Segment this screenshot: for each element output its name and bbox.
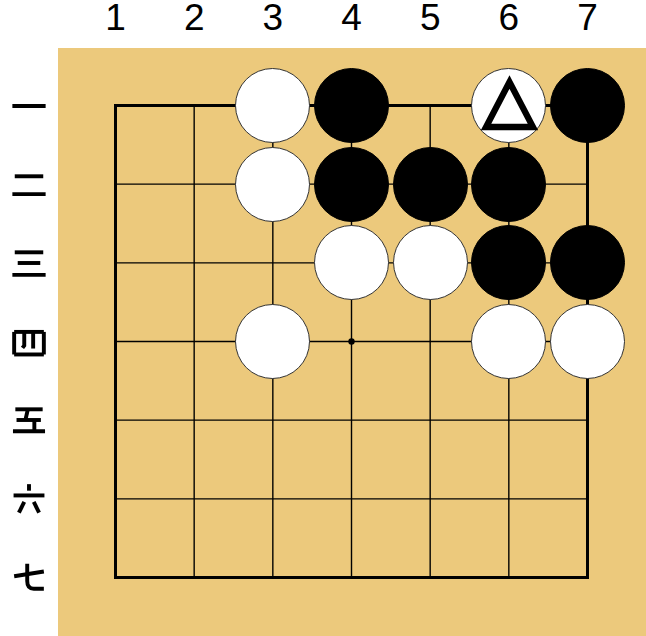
intersection-5-3[interactable]	[391, 223, 470, 302]
intersection-4-4[interactable]	[312, 302, 391, 381]
intersection-7-5[interactable]	[548, 381, 627, 460]
intersection-2-4[interactable]	[155, 302, 234, 381]
white-stone[interactable]	[471, 304, 546, 379]
intersection-1-5[interactable]	[76, 381, 155, 460]
column-label: 4	[329, 0, 375, 41]
goban	[58, 48, 646, 636]
row-label	[0, 401, 58, 439]
intersection-1-6[interactable]	[76, 459, 155, 538]
intersection-3-3[interactable]	[233, 223, 312, 302]
row-label	[0, 244, 58, 282]
intersection-7-4[interactable]	[548, 302, 627, 381]
black-stone[interactable]	[550, 68, 625, 143]
intersection-7-2[interactable]	[548, 145, 627, 224]
intersection-4-7[interactable]	[312, 538, 391, 617]
intersection-5-7[interactable]	[391, 538, 470, 617]
column-label: 3	[250, 0, 296, 41]
white-stone[interactable]	[393, 225, 468, 300]
intersection-3-6[interactable]	[233, 459, 312, 538]
intersection-3-7[interactable]	[233, 538, 312, 617]
row-label	[0, 323, 58, 361]
intersection-6-2[interactable]	[469, 145, 548, 224]
intersection-6-3[interactable]	[469, 223, 548, 302]
intersection-6-6[interactable]	[469, 459, 548, 538]
column-label: 2	[171, 0, 217, 41]
intersection-2-3[interactable]	[155, 223, 234, 302]
intersection-1-1[interactable]	[76, 66, 155, 145]
intersection-2-2[interactable]	[155, 145, 234, 224]
intersection-2-7[interactable]	[155, 538, 234, 617]
black-stone[interactable]	[550, 225, 625, 300]
intersection-4-2[interactable]	[312, 145, 391, 224]
intersection-6-1[interactable]	[469, 66, 548, 145]
white-stone[interactable]	[550, 304, 625, 379]
intersection-5-1[interactable]	[391, 66, 470, 145]
row-label	[0, 165, 58, 203]
intersection-5-2[interactable]	[391, 145, 470, 224]
white-stone[interactable]	[471, 68, 546, 143]
intersection-7-6[interactable]	[548, 459, 627, 538]
intersection-3-5[interactable]	[233, 381, 312, 460]
intersection-4-3[interactable]	[312, 223, 391, 302]
go-diagram: 1234567	[0, 0, 646, 636]
row-label	[0, 559, 58, 597]
intersection-4-6[interactable]	[312, 459, 391, 538]
intersection-7-7[interactable]	[548, 538, 627, 617]
intersection-1-4[interactable]	[76, 302, 155, 381]
intersection-2-6[interactable]	[155, 459, 234, 538]
intersection-4-1[interactable]	[312, 66, 391, 145]
column-label: 6	[486, 0, 532, 41]
intersection-4-5[interactable]	[312, 381, 391, 460]
row-label	[0, 480, 58, 518]
triangle-mark-icon	[472, 69, 547, 144]
black-stone[interactable]	[471, 147, 546, 222]
intersection-7-3[interactable]	[548, 223, 627, 302]
intersection-5-5[interactable]	[391, 381, 470, 460]
black-stone[interactable]	[314, 147, 389, 222]
intersection-6-5[interactable]	[469, 381, 548, 460]
column-label: 7	[565, 0, 611, 41]
white-stone[interactable]	[235, 68, 310, 143]
intersection-7-1[interactable]	[548, 66, 627, 145]
intersection-1-2[interactable]	[76, 145, 155, 224]
white-stone[interactable]	[235, 304, 310, 379]
intersection-2-1[interactable]	[155, 66, 234, 145]
intersection-1-3[interactable]	[76, 223, 155, 302]
board-grid	[76, 66, 627, 617]
intersection-3-1[interactable]	[233, 66, 312, 145]
intersection-3-4[interactable]	[233, 302, 312, 381]
black-stone[interactable]	[393, 147, 468, 222]
intersection-5-4[interactable]	[391, 302, 470, 381]
intersection-6-7[interactable]	[469, 538, 548, 617]
column-label: 5	[407, 0, 453, 41]
white-stone[interactable]	[235, 147, 310, 222]
black-stone[interactable]	[471, 225, 546, 300]
white-stone[interactable]	[314, 225, 389, 300]
intersection-2-5[interactable]	[155, 381, 234, 460]
intersection-6-4[interactable]	[469, 302, 548, 381]
intersection-3-2[interactable]	[233, 145, 312, 224]
column-label: 1	[93, 0, 139, 41]
row-label	[0, 87, 58, 125]
intersection-1-7[interactable]	[76, 538, 155, 617]
black-stone[interactable]	[314, 68, 389, 143]
intersection-5-6[interactable]	[391, 459, 470, 538]
